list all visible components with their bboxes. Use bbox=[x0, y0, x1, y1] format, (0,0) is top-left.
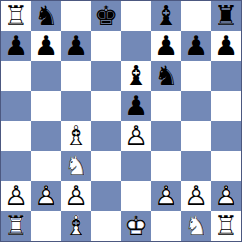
piece-white-pawn[interactable]: ♟♙ bbox=[151, 181, 181, 211]
piece-white-pawn[interactable]: ♟♙ bbox=[61, 181, 91, 211]
square-h6[interactable] bbox=[211, 61, 241, 91]
square-g8[interactable] bbox=[181, 1, 211, 31]
square-e1[interactable]: ♚♔ bbox=[121, 211, 151, 241]
square-e8[interactable] bbox=[121, 1, 151, 31]
piece-black-pawn[interactable]: ♟ bbox=[211, 31, 241, 61]
piece-white-king[interactable]: ♚♔ bbox=[121, 211, 151, 241]
square-a5[interactable] bbox=[1, 91, 31, 121]
square-g1[interactable]: ♞♘ bbox=[181, 211, 211, 241]
piece-black-pawn[interactable]: ♟ bbox=[181, 31, 211, 61]
piece-white-rook[interactable]: ♜♖ bbox=[1, 211, 31, 241]
square-c2[interactable]: ♟♙ bbox=[61, 181, 91, 211]
piece-black-pawn[interactable]: ♟ bbox=[121, 91, 151, 121]
square-f8[interactable]: ♝ bbox=[151, 1, 181, 31]
piece-black-pawn[interactable]: ♟ bbox=[61, 31, 91, 61]
square-c6[interactable] bbox=[61, 61, 91, 91]
piece-white-bishop[interactable]: ♝♗ bbox=[61, 121, 91, 151]
square-a4[interactable] bbox=[1, 121, 31, 151]
square-e5[interactable]: ♟ bbox=[121, 91, 151, 121]
square-d6[interactable] bbox=[91, 61, 121, 91]
square-e7[interactable] bbox=[121, 31, 151, 61]
square-a2[interactable]: ♟♙ bbox=[1, 181, 31, 211]
square-c3[interactable]: ♞♘ bbox=[61, 151, 91, 181]
square-e2[interactable] bbox=[121, 181, 151, 211]
square-c7[interactable]: ♟ bbox=[61, 31, 91, 61]
square-a7[interactable]: ♟ bbox=[1, 31, 31, 61]
piece-white-rook[interactable]: ♜♖ bbox=[1, 1, 31, 31]
square-g5[interactable] bbox=[181, 91, 211, 121]
square-h4[interactable] bbox=[211, 121, 241, 151]
square-f5[interactable] bbox=[151, 91, 181, 121]
square-h3[interactable] bbox=[211, 151, 241, 181]
piece-black-knight[interactable]: ♞ bbox=[31, 1, 61, 31]
square-e6[interactable]: ♝ bbox=[121, 61, 151, 91]
square-a1[interactable]: ♜♖ bbox=[1, 211, 31, 241]
square-b7[interactable]: ♟ bbox=[31, 31, 61, 61]
square-h1[interactable]: ♜♖ bbox=[211, 211, 241, 241]
square-e4[interactable]: ♟♙ bbox=[121, 121, 151, 151]
piece-black-pawn[interactable]: ♟ bbox=[151, 31, 181, 61]
square-c4[interactable]: ♝♗ bbox=[61, 121, 91, 151]
square-f4[interactable] bbox=[151, 121, 181, 151]
piece-black-pawn[interactable]: ♟ bbox=[31, 31, 61, 61]
piece-white-pawn[interactable]: ♟♙ bbox=[211, 181, 241, 211]
square-h8[interactable]: ♜ bbox=[211, 1, 241, 31]
square-d4[interactable] bbox=[91, 121, 121, 151]
square-b6[interactable] bbox=[31, 61, 61, 91]
square-g3[interactable] bbox=[181, 151, 211, 181]
square-d7[interactable] bbox=[91, 31, 121, 61]
square-b5[interactable] bbox=[31, 91, 61, 121]
square-c5[interactable] bbox=[61, 91, 91, 121]
piece-black-bishop[interactable]: ♝ bbox=[121, 61, 151, 91]
piece-white-pawn[interactable]: ♟♙ bbox=[181, 181, 211, 211]
square-d1[interactable] bbox=[91, 211, 121, 241]
piece-white-pawn[interactable]: ♟♙ bbox=[1, 181, 31, 211]
square-g7[interactable]: ♟ bbox=[181, 31, 211, 61]
piece-white-pawn[interactable]: ♟♙ bbox=[121, 121, 151, 151]
square-f2[interactable]: ♟♙ bbox=[151, 181, 181, 211]
square-f1[interactable] bbox=[151, 211, 181, 241]
square-d2[interactable] bbox=[91, 181, 121, 211]
square-e3[interactable] bbox=[121, 151, 151, 181]
square-d3[interactable] bbox=[91, 151, 121, 181]
piece-black-bishop[interactable]: ♝ bbox=[151, 1, 181, 31]
piece-black-rook[interactable]: ♜ bbox=[211, 1, 241, 31]
piece-black-king[interactable]: ♚ bbox=[91, 1, 121, 31]
square-c8[interactable] bbox=[61, 1, 91, 31]
square-a3[interactable] bbox=[1, 151, 31, 181]
square-h5[interactable] bbox=[211, 91, 241, 121]
piece-black-pawn[interactable]: ♟ bbox=[1, 31, 31, 61]
square-g4[interactable] bbox=[181, 121, 211, 151]
square-b2[interactable]: ♟♙ bbox=[31, 181, 61, 211]
square-a6[interactable] bbox=[1, 61, 31, 91]
square-h7[interactable]: ♟ bbox=[211, 31, 241, 61]
square-g2[interactable]: ♟♙ bbox=[181, 181, 211, 211]
piece-white-bishop[interactable]: ♝♗ bbox=[61, 211, 91, 241]
piece-white-rook[interactable]: ♜♖ bbox=[211, 211, 241, 241]
piece-white-pawn[interactable]: ♟♙ bbox=[31, 181, 61, 211]
square-b8[interactable]: ♞ bbox=[31, 1, 61, 31]
square-b1[interactable] bbox=[31, 211, 61, 241]
square-h2[interactable]: ♟♙ bbox=[211, 181, 241, 211]
piece-black-knight[interactable]: ♞ bbox=[151, 61, 181, 91]
square-f3[interactable] bbox=[151, 151, 181, 181]
square-f7[interactable]: ♟ bbox=[151, 31, 181, 61]
square-c1[interactable]: ♝♗ bbox=[61, 211, 91, 241]
square-f6[interactable]: ♞ bbox=[151, 61, 181, 91]
square-b4[interactable] bbox=[31, 121, 61, 151]
piece-white-knight[interactable]: ♞♘ bbox=[61, 151, 91, 181]
square-b3[interactable] bbox=[31, 151, 61, 181]
piece-white-knight[interactable]: ♞♘ bbox=[181, 211, 211, 241]
square-g6[interactable] bbox=[181, 61, 211, 91]
chess-board: ♜♖♞♚♝♜♟♟♟♟♟♟♝♞♟♝♗♟♙♞♘♟♙♟♙♟♙♟♙♟♙♟♙♜♖♝♗♚♔♞… bbox=[0, 0, 242, 242]
square-d5[interactable] bbox=[91, 91, 121, 121]
square-d8[interactable]: ♚ bbox=[91, 1, 121, 31]
square-a8[interactable]: ♜♖ bbox=[1, 1, 31, 31]
